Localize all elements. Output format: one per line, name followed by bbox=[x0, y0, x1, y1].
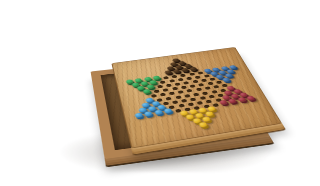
board-cell bbox=[199, 123, 211, 129]
peg-lightblue bbox=[144, 111, 153, 117]
peg-lightblue bbox=[163, 108, 172, 114]
peg-red bbox=[219, 100, 228, 105]
peg-blue bbox=[222, 78, 231, 83]
peg-black bbox=[190, 67, 198, 71]
product-photo bbox=[40, 16, 296, 186]
peg-green bbox=[143, 89, 151, 94]
peg-yellow bbox=[199, 122, 208, 128]
peg-lightblue bbox=[135, 112, 144, 118]
peg-black bbox=[173, 69, 181, 73]
peg-red bbox=[237, 97, 246, 102]
peg-black bbox=[164, 70, 172, 75]
peg-red bbox=[246, 95, 255, 100]
star-board bbox=[122, 53, 268, 140]
board-cell bbox=[246, 97, 257, 103]
peg-black bbox=[181, 68, 189, 72]
peg-red bbox=[228, 98, 237, 103]
peg-lightblue bbox=[154, 109, 163, 115]
